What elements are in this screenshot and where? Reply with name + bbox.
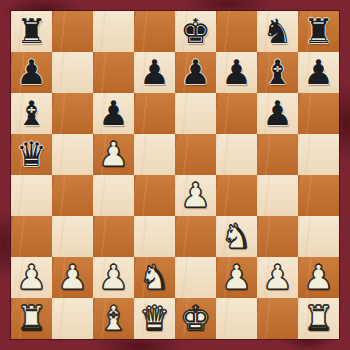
piece-white-pawn[interactable]: ♟ (98, 257, 128, 298)
square-a1[interactable]: ♜ (11, 298, 52, 339)
square-f7[interactable]: ♟ (216, 52, 257, 93)
piece-white-pawn[interactable]: ♟ (303, 257, 333, 298)
piece-black-queen[interactable]: ♛ (16, 134, 46, 175)
piece-white-rook[interactable]: ♜ (303, 298, 333, 339)
piece-white-pawn[interactable]: ♟ (57, 257, 87, 298)
piece-white-pawn[interactable]: ♟ (262, 257, 292, 298)
square-g6[interactable]: ♟ (257, 93, 298, 134)
piece-white-queen[interactable]: ♛ (139, 298, 169, 339)
chess-board-frame: ♜♚♞♜♟♟♟♟♝♟♝♟♟♛♟♟♞♟♟♟♞♟♟♟♜♝♛♚♜ (0, 0, 350, 350)
square-d1[interactable]: ♛ (134, 298, 175, 339)
piece-black-bishop[interactable]: ♝ (262, 52, 292, 93)
square-d5[interactable] (134, 134, 175, 175)
square-b5[interactable] (52, 134, 93, 175)
square-c7[interactable] (93, 52, 134, 93)
square-e5[interactable] (175, 134, 216, 175)
square-g3[interactable] (257, 216, 298, 257)
square-g4[interactable] (257, 175, 298, 216)
square-d8[interactable] (134, 11, 175, 52)
square-g7[interactable]: ♝ (257, 52, 298, 93)
chess-board: ♜♚♞♜♟♟♟♟♝♟♝♟♟♛♟♟♞♟♟♟♞♟♟♟♜♝♛♚♜ (11, 11, 339, 339)
piece-black-pawn[interactable]: ♟ (262, 93, 292, 134)
square-a5[interactable]: ♛ (11, 134, 52, 175)
piece-black-king[interactable]: ♚ (180, 11, 210, 52)
square-e8[interactable]: ♚ (175, 11, 216, 52)
piece-black-rook[interactable]: ♜ (16, 11, 46, 52)
piece-black-pawn[interactable]: ♟ (180, 52, 210, 93)
square-e6[interactable] (175, 93, 216, 134)
square-g8[interactable]: ♞ (257, 11, 298, 52)
square-c3[interactable] (93, 216, 134, 257)
square-d4[interactable] (134, 175, 175, 216)
square-f8[interactable] (216, 11, 257, 52)
piece-white-bishop[interactable]: ♝ (98, 298, 128, 339)
square-g1[interactable] (257, 298, 298, 339)
square-e4[interactable]: ♟ (175, 175, 216, 216)
square-c1[interactable]: ♝ (93, 298, 134, 339)
square-c4[interactable] (93, 175, 134, 216)
square-b1[interactable] (52, 298, 93, 339)
piece-black-pawn[interactable]: ♟ (139, 52, 169, 93)
piece-black-bishop[interactable]: ♝ (16, 93, 46, 134)
square-a6[interactable]: ♝ (11, 93, 52, 134)
square-f6[interactable] (216, 93, 257, 134)
square-a8[interactable]: ♜ (11, 11, 52, 52)
square-b2[interactable]: ♟ (52, 257, 93, 298)
square-b3[interactable] (52, 216, 93, 257)
square-f5[interactable] (216, 134, 257, 175)
square-h8[interactable]: ♜ (298, 11, 339, 52)
square-f3[interactable]: ♞ (216, 216, 257, 257)
square-c2[interactable]: ♟ (93, 257, 134, 298)
piece-white-pawn[interactable]: ♟ (98, 134, 128, 175)
square-d7[interactable]: ♟ (134, 52, 175, 93)
square-b4[interactable] (52, 175, 93, 216)
square-h7[interactable]: ♟ (298, 52, 339, 93)
piece-white-rook[interactable]: ♜ (16, 298, 46, 339)
square-a2[interactable]: ♟ (11, 257, 52, 298)
square-b6[interactable] (52, 93, 93, 134)
piece-black-pawn[interactable]: ♟ (16, 52, 46, 93)
piece-white-pawn[interactable]: ♟ (180, 175, 210, 216)
piece-white-pawn[interactable]: ♟ (16, 257, 46, 298)
square-e3[interactable] (175, 216, 216, 257)
square-a3[interactable] (11, 216, 52, 257)
square-a4[interactable] (11, 175, 52, 216)
square-e1[interactable]: ♚ (175, 298, 216, 339)
square-h3[interactable] (298, 216, 339, 257)
square-c6[interactable]: ♟ (93, 93, 134, 134)
piece-white-pawn[interactable]: ♟ (221, 257, 251, 298)
square-h6[interactable] (298, 93, 339, 134)
piece-white-knight[interactable]: ♞ (139, 257, 169, 298)
piece-black-pawn[interactable]: ♟ (98, 93, 128, 134)
piece-black-pawn[interactable]: ♟ (303, 52, 333, 93)
square-f1[interactable] (216, 298, 257, 339)
square-d2[interactable]: ♞ (134, 257, 175, 298)
square-h5[interactable] (298, 134, 339, 175)
square-c8[interactable] (93, 11, 134, 52)
square-a7[interactable]: ♟ (11, 52, 52, 93)
piece-white-king[interactable]: ♚ (180, 298, 210, 339)
square-d3[interactable] (134, 216, 175, 257)
piece-white-knight[interactable]: ♞ (221, 216, 251, 257)
square-e2[interactable] (175, 257, 216, 298)
square-h4[interactable] (298, 175, 339, 216)
piece-black-pawn[interactable]: ♟ (221, 52, 251, 93)
square-c5[interactable]: ♟ (93, 134, 134, 175)
square-b8[interactable] (52, 11, 93, 52)
square-g2[interactable]: ♟ (257, 257, 298, 298)
piece-black-knight[interactable]: ♞ (262, 11, 292, 52)
square-b7[interactable] (52, 52, 93, 93)
piece-black-rook[interactable]: ♜ (303, 11, 333, 52)
square-e7[interactable]: ♟ (175, 52, 216, 93)
square-h2[interactable]: ♟ (298, 257, 339, 298)
square-f2[interactable]: ♟ (216, 257, 257, 298)
square-h1[interactable]: ♜ (298, 298, 339, 339)
square-g5[interactable] (257, 134, 298, 175)
square-f4[interactable] (216, 175, 257, 216)
square-d6[interactable] (134, 93, 175, 134)
